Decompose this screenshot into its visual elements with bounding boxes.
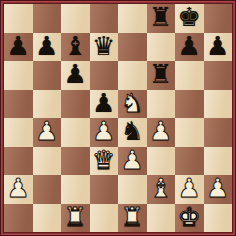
square-a2[interactable]: ♟ [4,175,33,204]
square-f6[interactable]: ♜ [147,61,176,90]
square-g1[interactable]: ♚ [175,204,204,233]
black-pawn-icon: ♟ [64,61,87,89]
square-c3[interactable] [61,147,90,176]
white-pawn-icon: ♟ [149,118,172,146]
square-g3[interactable] [175,147,204,176]
white-pawn-icon: ♟ [92,118,115,146]
white-pawn-icon: ♟ [121,147,144,175]
square-b2[interactable] [33,175,62,204]
black-pawn-icon: ♟ [7,33,30,61]
square-h3[interactable] [204,147,233,176]
white-knight-icon: ♞ [121,90,144,118]
square-b7[interactable]: ♟ [33,33,62,62]
square-a4[interactable] [4,118,33,147]
square-b3[interactable] [33,147,62,176]
black-queen-icon: ♛ [92,33,115,61]
white-rook-icon: ♜ [64,204,87,232]
square-g2[interactable]: ♟ [175,175,204,204]
white-king-icon: ♚ [178,204,201,232]
square-c5[interactable] [61,90,90,119]
black-pawn-icon: ♟ [178,33,201,61]
square-c6[interactable]: ♟ [61,61,90,90]
square-a8[interactable] [4,4,33,33]
square-d4[interactable]: ♟ [90,118,119,147]
square-a6[interactable] [4,61,33,90]
square-a5[interactable] [4,90,33,119]
square-d6[interactable] [90,61,119,90]
square-b8[interactable] [33,4,62,33]
black-knight-icon: ♞ [121,118,144,146]
white-pawn-icon: ♟ [35,118,58,146]
white-queen-icon: ♛ [92,147,115,175]
white-pawn-icon: ♟ [178,175,201,203]
square-d7[interactable]: ♛ [90,33,119,62]
black-rook-icon: ♜ [149,61,172,89]
square-h7[interactable]: ♟ [204,33,233,62]
square-c7[interactable]: ♝ [61,33,90,62]
square-g8[interactable]: ♚ [175,4,204,33]
square-h6[interactable] [204,61,233,90]
square-f7[interactable] [147,33,176,62]
square-e4[interactable]: ♞ [118,118,147,147]
square-d8[interactable] [90,4,119,33]
square-g6[interactable] [175,61,204,90]
square-e8[interactable] [118,4,147,33]
black-pawn-icon: ♟ [35,33,58,61]
square-f4[interactable]: ♟ [147,118,176,147]
square-h4[interactable] [204,118,233,147]
square-e6[interactable] [118,61,147,90]
square-h5[interactable] [204,90,233,119]
black-rook-icon: ♜ [149,4,172,32]
chess-board: ♜♚♟♟♝♛♟♟♟♜♟♞♟♟♞♟♛♟♟♝♟♟♜♜♚ [4,4,232,232]
square-e2[interactable] [118,175,147,204]
square-f2[interactable]: ♝ [147,175,176,204]
square-e3[interactable]: ♟ [118,147,147,176]
square-b1[interactable] [33,204,62,233]
square-c4[interactable] [61,118,90,147]
square-d2[interactable] [90,175,119,204]
square-b6[interactable] [33,61,62,90]
square-g4[interactable] [175,118,204,147]
black-pawn-icon: ♟ [206,33,229,61]
square-h2[interactable]: ♟ [204,175,233,204]
square-f5[interactable] [147,90,176,119]
square-g7[interactable]: ♟ [175,33,204,62]
square-a1[interactable] [4,204,33,233]
white-pawn-icon: ♟ [7,175,30,203]
square-b4[interactable]: ♟ [33,118,62,147]
square-h1[interactable] [204,204,233,233]
square-e7[interactable] [118,33,147,62]
square-c1[interactable]: ♜ [61,204,90,233]
square-h8[interactable] [204,4,233,33]
square-c2[interactable] [61,175,90,204]
white-pawn-icon: ♟ [206,175,229,203]
square-e5[interactable]: ♞ [118,90,147,119]
square-d5[interactable]: ♟ [90,90,119,119]
chess-board-frame: ♜♚♟♟♝♛♟♟♟♜♟♞♟♟♞♟♛♟♟♝♟♟♜♜♚ [0,0,236,236]
black-pawn-icon: ♟ [92,90,115,118]
square-c8[interactable] [61,4,90,33]
square-f3[interactable] [147,147,176,176]
white-bishop-icon: ♝ [149,175,172,203]
square-e1[interactable]: ♜ [118,204,147,233]
square-a7[interactable]: ♟ [4,33,33,62]
square-f1[interactable] [147,204,176,233]
square-f8[interactable]: ♜ [147,4,176,33]
square-d1[interactable] [90,204,119,233]
black-bishop-icon: ♝ [64,33,87,61]
square-b5[interactable] [33,90,62,119]
black-king-icon: ♚ [178,4,201,32]
square-d3[interactable]: ♛ [90,147,119,176]
square-g5[interactable] [175,90,204,119]
square-a3[interactable] [4,147,33,176]
white-rook-icon: ♜ [121,204,144,232]
